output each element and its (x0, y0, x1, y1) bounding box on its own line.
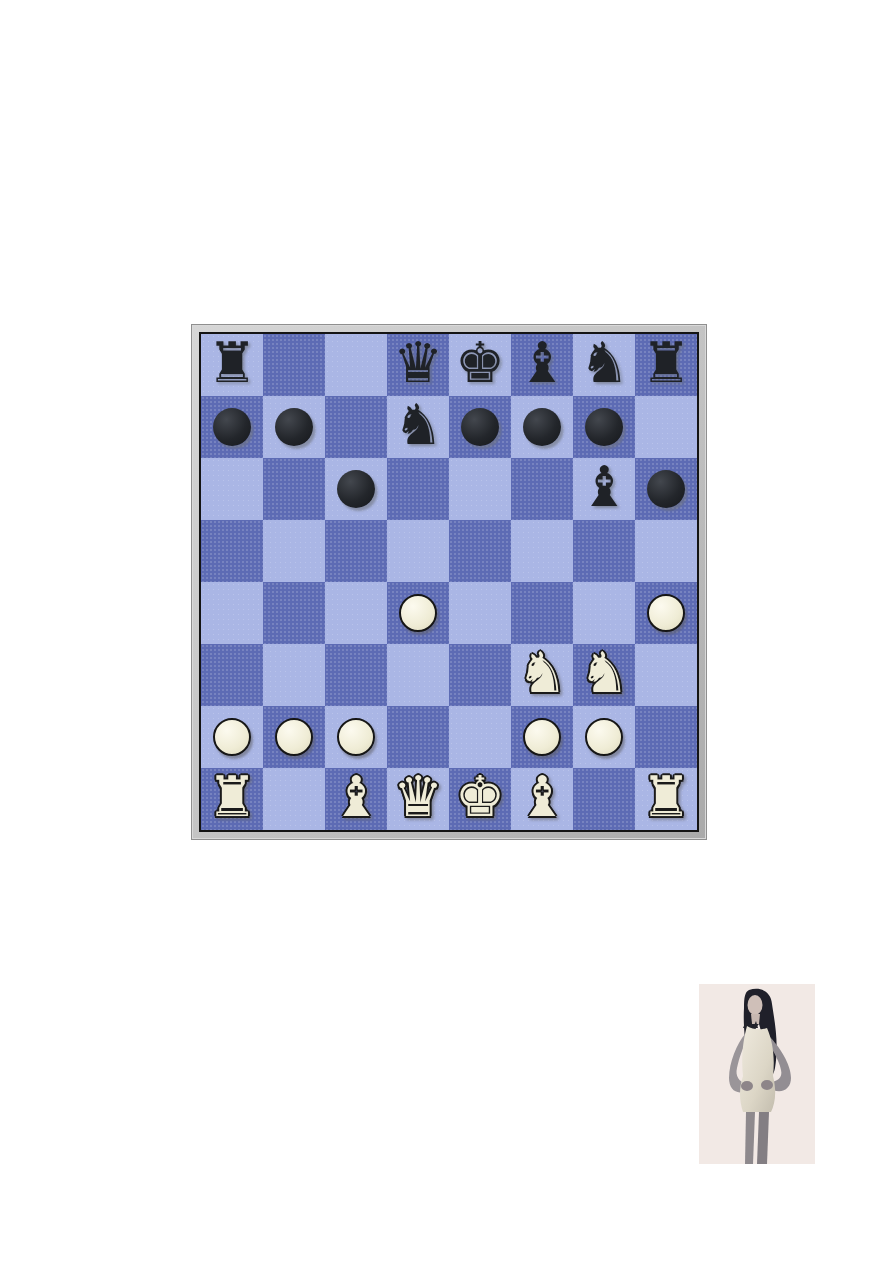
square-e6[interactable] (449, 458, 511, 520)
square-h1[interactable]: ♜ (635, 768, 697, 830)
square-h4[interactable] (635, 582, 697, 644)
square-e8[interactable]: ♚ (449, 334, 511, 396)
square-d6[interactable] (387, 458, 449, 520)
square-d8[interactable]: ♛ (387, 334, 449, 396)
square-c3[interactable] (325, 644, 387, 706)
square-b7[interactable] (263, 396, 325, 458)
white-pawn (275, 718, 313, 756)
white-bishop: ♝ (517, 766, 567, 828)
square-d2[interactable] (387, 706, 449, 768)
white-pawn (585, 718, 623, 756)
black-pawn (523, 408, 561, 446)
square-d4[interactable] (387, 582, 449, 644)
black-queen: ♛ (393, 332, 443, 394)
black-knight: ♞ (579, 332, 629, 394)
black-pawn (337, 470, 375, 508)
square-c7[interactable] (325, 396, 387, 458)
square-a8[interactable]: ♜ (201, 334, 263, 396)
white-pawn (523, 718, 561, 756)
square-f8[interactable]: ♝ (511, 334, 573, 396)
square-a4[interactable] (201, 582, 263, 644)
square-f4[interactable] (511, 582, 573, 644)
square-a7[interactable] (201, 396, 263, 458)
square-g5[interactable] (573, 520, 635, 582)
square-a1[interactable]: ♜ (201, 768, 263, 830)
square-d5[interactable] (387, 520, 449, 582)
square-f1[interactable]: ♝ (511, 768, 573, 830)
face (748, 995, 763, 1015)
square-e4[interactable] (449, 582, 511, 644)
model-photo-figure (699, 984, 815, 1164)
square-g8[interactable]: ♞ (573, 334, 635, 396)
black-bishop: ♝ (579, 456, 629, 518)
black-rook: ♜ (207, 332, 257, 394)
square-f7[interactable] (511, 396, 573, 458)
chess-board: ♜♛♚♝♞♜♞♝♞♞♜♝♛♚♝♜ (199, 332, 699, 832)
square-g4[interactable] (573, 582, 635, 644)
square-c8[interactable] (325, 334, 387, 396)
square-d7[interactable]: ♞ (387, 396, 449, 458)
square-g1[interactable] (573, 768, 635, 830)
square-c5[interactable] (325, 520, 387, 582)
square-e2[interactable] (449, 706, 511, 768)
white-pawn (337, 718, 375, 756)
model-photo (699, 984, 815, 1164)
white-queen: ♛ (393, 766, 443, 828)
white-king: ♚ (455, 766, 505, 828)
square-b4[interactable] (263, 582, 325, 644)
black-pawn (647, 470, 685, 508)
white-knight: ♞ (579, 642, 629, 704)
square-c4[interactable] (325, 582, 387, 644)
white-pawn (647, 594, 685, 632)
black-bishop: ♝ (517, 332, 567, 394)
square-c1[interactable]: ♝ (325, 768, 387, 830)
square-e5[interactable] (449, 520, 511, 582)
square-b8[interactable] (263, 334, 325, 396)
square-e7[interactable] (449, 396, 511, 458)
chess-board-frame: ♜♛♚♝♞♜♞♝♞♞♜♝♛♚♝♜ (191, 324, 707, 840)
square-a2[interactable] (201, 706, 263, 768)
left-hand (741, 1081, 753, 1091)
square-b6[interactable] (263, 458, 325, 520)
white-knight: ♞ (517, 642, 567, 704)
white-rook: ♜ (641, 766, 691, 828)
black-pawn (461, 408, 499, 446)
square-h7[interactable] (635, 396, 697, 458)
right-leg (757, 1112, 769, 1164)
black-king: ♚ (455, 332, 505, 394)
square-d1[interactable]: ♛ (387, 768, 449, 830)
right-hand (761, 1080, 773, 1090)
square-b3[interactable] (263, 644, 325, 706)
square-a5[interactable] (201, 520, 263, 582)
square-h3[interactable] (635, 644, 697, 706)
square-h5[interactable] (635, 520, 697, 582)
square-c2[interactable] (325, 706, 387, 768)
square-a3[interactable] (201, 644, 263, 706)
square-a6[interactable] (201, 458, 263, 520)
square-c6[interactable] (325, 458, 387, 520)
square-b2[interactable] (263, 706, 325, 768)
square-f5[interactable] (511, 520, 573, 582)
square-g3[interactable]: ♞ (573, 644, 635, 706)
white-pawn (399, 594, 437, 632)
square-h2[interactable] (635, 706, 697, 768)
dress (740, 1026, 775, 1112)
page: ♜♛♚♝♞♜♞♝♞♞♜♝♛♚♝♜ (0, 0, 893, 1263)
black-pawn (585, 408, 623, 446)
square-b1[interactable] (263, 768, 325, 830)
black-pawn (213, 408, 251, 446)
square-f2[interactable] (511, 706, 573, 768)
square-h8[interactable]: ♜ (635, 334, 697, 396)
black-rook: ♜ (641, 332, 691, 394)
square-b5[interactable] (263, 520, 325, 582)
square-f3[interactable]: ♞ (511, 644, 573, 706)
square-g7[interactable] (573, 396, 635, 458)
square-g2[interactable] (573, 706, 635, 768)
square-f6[interactable] (511, 458, 573, 520)
square-g6[interactable]: ♝ (573, 458, 635, 520)
square-h6[interactable] (635, 458, 697, 520)
square-e3[interactable] (449, 644, 511, 706)
square-d3[interactable] (387, 644, 449, 706)
square-e1[interactable]: ♚ (449, 768, 511, 830)
white-rook: ♜ (207, 766, 257, 828)
black-knight: ♞ (393, 394, 443, 456)
black-pawn (275, 408, 313, 446)
white-pawn (213, 718, 251, 756)
white-bishop: ♝ (331, 766, 381, 828)
